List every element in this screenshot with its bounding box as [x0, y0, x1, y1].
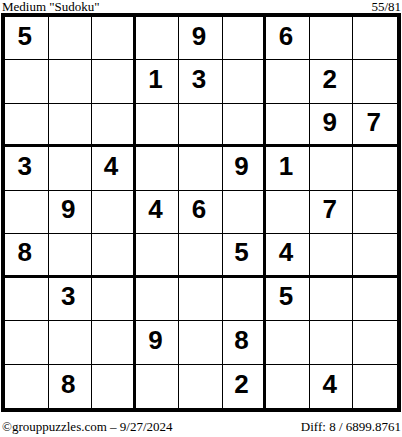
cell-r9c5-empty[interactable]	[179, 365, 223, 408]
cell-r3c8-given: 9	[310, 104, 354, 147]
cell-r9c6-given: 2	[223, 365, 267, 408]
cell-r5c7-empty[interactable]	[266, 191, 310, 234]
cell-r4c3-given: 4	[92, 147, 136, 190]
cell-r2c3-empty[interactable]	[92, 60, 136, 103]
cell-r7c2-given: 3	[49, 278, 93, 321]
cell-r1c3-empty[interactable]	[92, 17, 136, 60]
cell-r8c3-empty[interactable]	[92, 321, 136, 364]
cell-r7c4-empty[interactable]	[136, 278, 180, 321]
cell-r5c3-empty[interactable]	[92, 191, 136, 234]
cell-r9c7-empty[interactable]	[266, 365, 310, 408]
puzzle-title: Medium "Sudoku"	[2, 0, 100, 13]
cell-r2c1-empty[interactable]	[5, 60, 49, 103]
cell-r7c3-empty[interactable]	[92, 278, 136, 321]
cell-r3c4-empty[interactable]	[136, 104, 180, 147]
cell-r6c9-empty[interactable]	[353, 234, 397, 277]
cell-r2c7-empty[interactable]	[266, 60, 310, 103]
cell-r2c4-given: 1	[136, 60, 180, 103]
cell-r7c7-given: 5	[266, 278, 310, 321]
cell-r1c9-empty[interactable]	[353, 17, 397, 60]
cell-r3c7-empty[interactable]	[266, 104, 310, 147]
cell-r5c6-empty[interactable]	[223, 191, 267, 234]
cell-r3c5-empty[interactable]	[179, 104, 223, 147]
cell-r2c8-given: 2	[310, 60, 354, 103]
cell-r1c1-given: 5	[5, 17, 49, 60]
cell-r7c1-empty[interactable]	[5, 278, 49, 321]
cell-r1c5-given: 9	[179, 17, 223, 60]
cell-r9c3-empty[interactable]	[92, 365, 136, 408]
cell-r7c8-empty[interactable]	[310, 278, 354, 321]
cell-r9c4-empty[interactable]	[136, 365, 180, 408]
cell-r4c9-empty[interactable]	[353, 147, 397, 190]
cell-r4c6-given: 9	[223, 147, 267, 190]
cell-r8c8-empty[interactable]	[310, 321, 354, 364]
cell-r1c8-empty[interactable]	[310, 17, 354, 60]
cell-r7c5-empty[interactable]	[179, 278, 223, 321]
cell-r9c2-given: 8	[49, 365, 93, 408]
cell-r8c1-empty[interactable]	[5, 321, 49, 364]
cell-r6c2-empty[interactable]	[49, 234, 93, 277]
cell-r7c9-empty[interactable]	[353, 278, 397, 321]
cell-r8c9-empty[interactable]	[353, 321, 397, 364]
copyright-text: ©grouppuzzles.com – 9/27/2024	[2, 420, 173, 434]
cell-r6c5-empty[interactable]	[179, 234, 223, 277]
cell-r6c8-empty[interactable]	[310, 234, 354, 277]
cell-r1c4-empty[interactable]	[136, 17, 180, 60]
cell-r5c4-given: 4	[136, 191, 180, 234]
cell-r1c6-empty[interactable]	[223, 17, 267, 60]
cell-r2c2-empty[interactable]	[49, 60, 93, 103]
cell-r3c2-empty[interactable]	[49, 104, 93, 147]
cell-r3c3-empty[interactable]	[92, 104, 136, 147]
cell-r6c1-given: 8	[5, 234, 49, 277]
cell-r5c5-given: 6	[179, 191, 223, 234]
cell-r9c1-empty[interactable]	[5, 365, 49, 408]
cell-r5c1-empty[interactable]	[5, 191, 49, 234]
cell-r4c2-empty[interactable]	[49, 147, 93, 190]
difficulty-text: Diff: 8 / 6899.8761	[301, 420, 401, 434]
cell-r6c7-given: 4	[266, 234, 310, 277]
cell-r8c2-empty[interactable]	[49, 321, 93, 364]
cell-r3c6-empty[interactable]	[223, 104, 267, 147]
page-header: Medium "Sudoku" 55/81	[2, 0, 401, 13]
cell-r8c6-given: 8	[223, 321, 267, 364]
cell-r4c4-empty[interactable]	[136, 147, 180, 190]
cell-r2c6-empty[interactable]	[223, 60, 267, 103]
cell-r3c1-empty[interactable]	[5, 104, 49, 147]
cell-r7c6-empty[interactable]	[223, 278, 267, 321]
cell-r5c8-given: 7	[310, 191, 354, 234]
cell-r8c5-empty[interactable]	[179, 321, 223, 364]
cell-r2c9-empty[interactable]	[353, 60, 397, 103]
cell-r5c9-empty[interactable]	[353, 191, 397, 234]
cell-r8c4-given: 9	[136, 321, 180, 364]
cell-r4c5-empty[interactable]	[179, 147, 223, 190]
cell-r4c8-empty[interactable]	[310, 147, 354, 190]
cell-r4c7-given: 1	[266, 147, 310, 190]
cell-r8c7-empty[interactable]	[266, 321, 310, 364]
cell-r4c1-given: 3	[5, 147, 49, 190]
cell-r2c5-given: 3	[179, 60, 223, 103]
cell-r6c3-empty[interactable]	[92, 234, 136, 277]
cell-r5c2-given: 9	[49, 191, 93, 234]
cell-r9c8-given: 4	[310, 365, 354, 408]
cell-r6c4-empty[interactable]	[136, 234, 180, 277]
cell-r6c6-given: 5	[223, 234, 267, 277]
cell-r3c9-given: 7	[353, 104, 397, 147]
empty-cell-counter: 55/81	[371, 0, 401, 13]
page-footer: ©grouppuzzles.com – 9/27/2024 Diff: 8 / …	[2, 420, 401, 434]
cell-r9c9-empty[interactable]	[353, 365, 397, 408]
cell-r1c2-empty[interactable]	[49, 17, 93, 60]
cell-r1c7-given: 6	[266, 17, 310, 60]
sudoku-grid: 59613297349194678543598824	[1, 13, 401, 412]
